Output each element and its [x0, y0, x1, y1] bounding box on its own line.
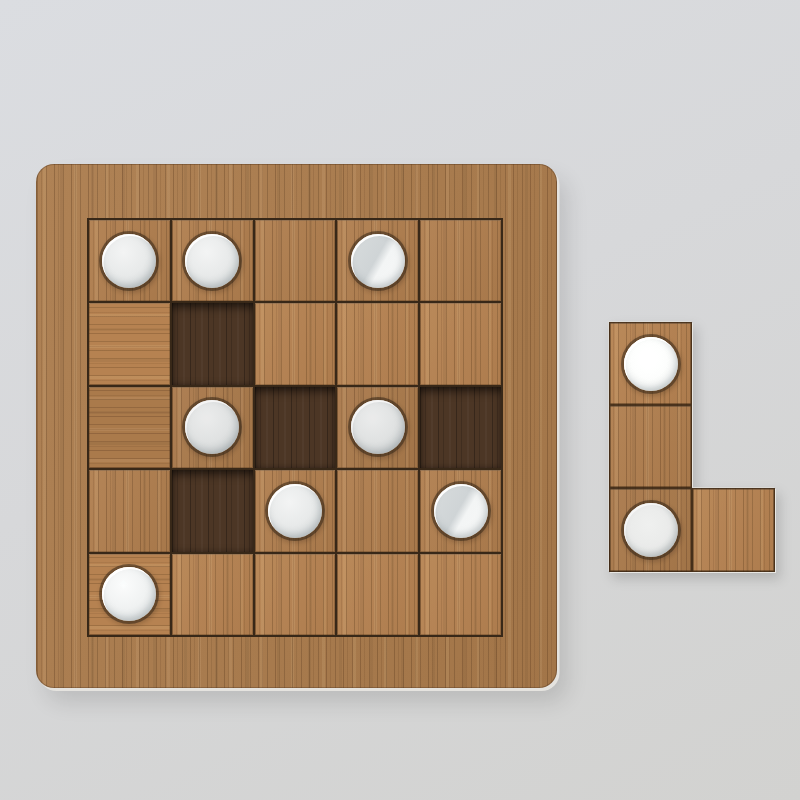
wood-tile-r5c1[interactable] — [89, 554, 170, 635]
wood-tile-r4c5[interactable] — [420, 470, 501, 551]
wood-tile-r2c5[interactable] — [420, 303, 501, 384]
empty-recess-r3c3 — [255, 387, 336, 468]
wood-tile-r2c3[interactable] — [255, 303, 336, 384]
wood-tile-r1c2[interactable] — [172, 220, 253, 301]
wood-tile-r3c2[interactable] — [172, 387, 253, 468]
scene — [0, 0, 800, 800]
loose-piece[interactable] — [609, 322, 775, 572]
wood-tile-r4c3[interactable] — [255, 470, 336, 551]
empty-recess-r2c2 — [172, 303, 253, 384]
silver-disc — [268, 484, 322, 538]
loose-piece-cell-r2c1[interactable] — [609, 405, 692, 488]
wood-tile-r3c4[interactable] — [337, 387, 418, 468]
wood-tile-r5c5[interactable] — [420, 554, 501, 635]
wood-tile-r1c1[interactable] — [89, 220, 170, 301]
wood-tile-r4c4[interactable] — [337, 470, 418, 551]
wood-tile-r1c5[interactable] — [420, 220, 501, 301]
wood-tile-r1c4[interactable] — [337, 220, 418, 301]
silver-disc — [102, 567, 156, 621]
silver-disc — [102, 234, 156, 288]
silver-disc — [624, 337, 678, 391]
loose-piece-cell-r1c1[interactable] — [609, 322, 692, 405]
loose-piece-cell-r3c1[interactable] — [609, 488, 692, 572]
silver-disc — [185, 400, 239, 454]
wood-tile-r2c4[interactable] — [337, 303, 418, 384]
silver-disc — [351, 234, 405, 288]
empty-recess-r3c5 — [420, 387, 501, 468]
silver-disc — [434, 484, 488, 538]
wood-tile-r1c3[interactable] — [255, 220, 336, 301]
silver-disc — [185, 234, 239, 288]
wood-tile-r5c4[interactable] — [337, 554, 418, 635]
puzzle-tray — [36, 164, 557, 688]
silver-disc — [624, 503, 678, 557]
wood-tile-r2c1[interactable] — [89, 303, 170, 384]
loose-piece-cell-r3c2[interactable] — [692, 488, 775, 572]
wood-tile-r3c1[interactable] — [89, 387, 170, 468]
empty-recess-r4c2 — [172, 470, 253, 551]
wood-tile-r5c3[interactable] — [255, 554, 336, 635]
wood-tile-r5c2[interactable] — [172, 554, 253, 635]
tray-recess — [87, 218, 503, 637]
silver-disc — [351, 400, 405, 454]
wood-tile-r4c1[interactable] — [89, 470, 170, 551]
